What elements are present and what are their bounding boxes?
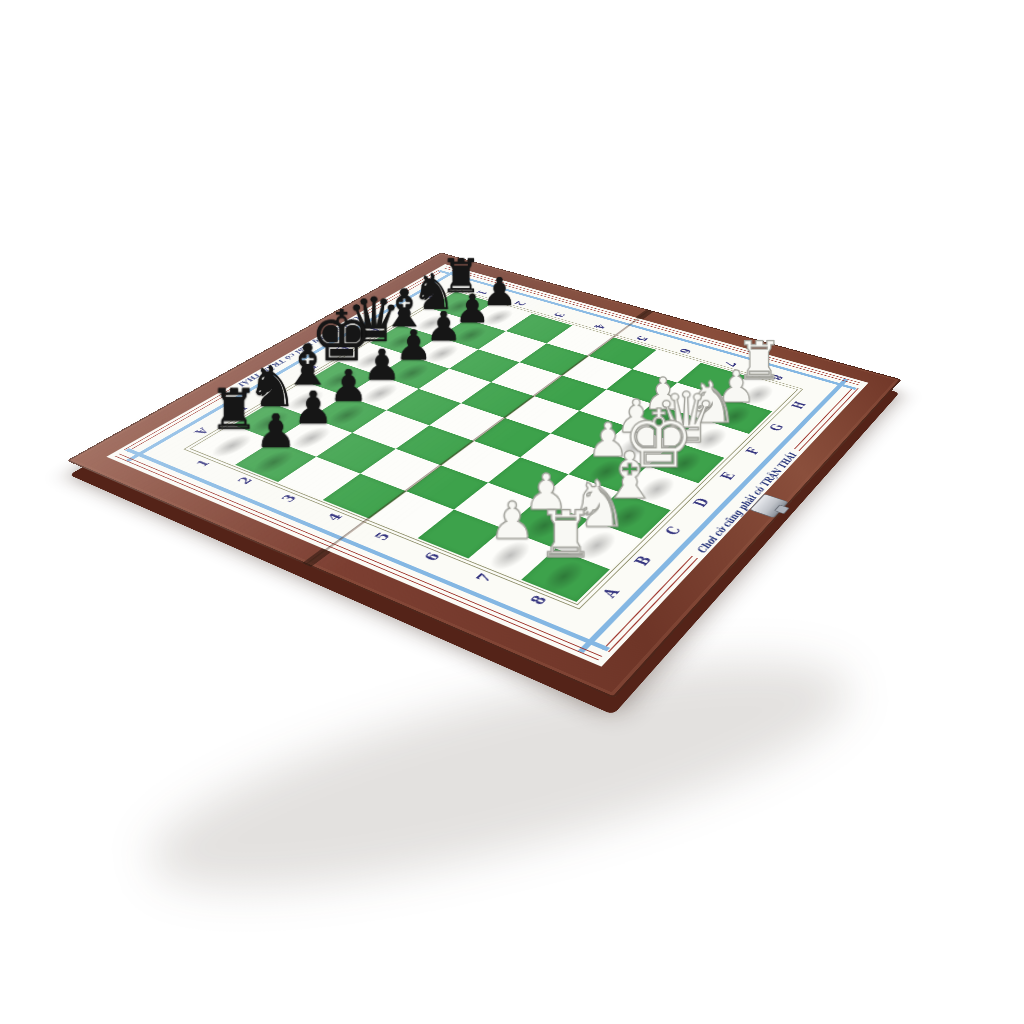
rook-glyph: ♜ [523,503,609,575]
pawn-glyph: ♟ [238,408,314,461]
pieces-layer: ♜♞♝♚♛♝♞♜♟♟♟♟♟♟♟♟♟♟♟♟♟♜♞♝♚♛♞♟♜ [67,252,902,698]
chess-board: ABCDEFGH Chơi cờ cũng phải có TRẬN THÁI … [67,252,902,698]
product-photo-page: ABCDEFGH Chơi cờ cũng phải có TRẬN THÁI … [0,0,1024,1024]
board-scene: ABCDEFGH Chơi cờ cũng phải có TRẬN THÁI … [205,118,805,718]
